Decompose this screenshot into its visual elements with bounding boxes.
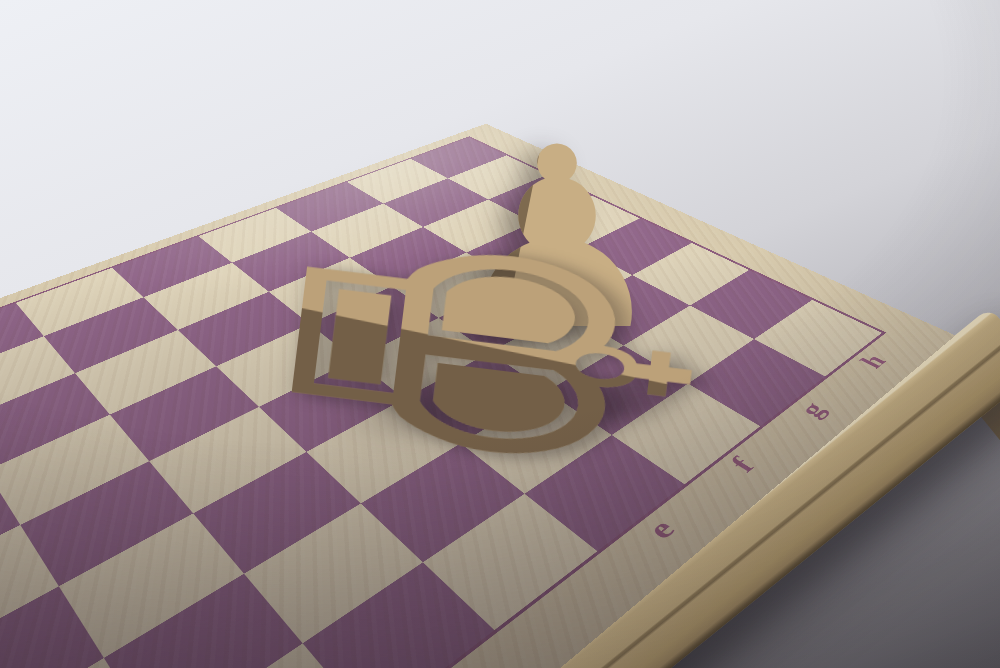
- photo-scene: efgh ♟ ♟ ♚ ♚: [0, 0, 1000, 668]
- file-label-h: h: [844, 343, 902, 380]
